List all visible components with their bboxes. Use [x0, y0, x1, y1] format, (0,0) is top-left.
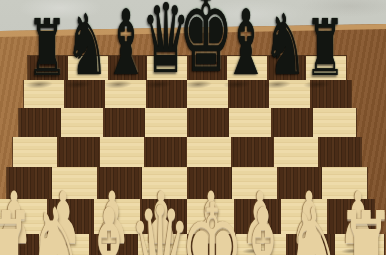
square-d3[interactable]	[140, 199, 187, 234]
square-c8[interactable]	[108, 56, 148, 81]
square-b7[interactable]	[64, 80, 105, 108]
square-g8[interactable]	[267, 56, 307, 81]
chess-board	[0, 0, 386, 255]
square-a5[interactable]	[13, 137, 57, 167]
square-h7[interactable]	[310, 80, 351, 108]
square-g5[interactable]	[274, 137, 318, 167]
square-e8[interactable]	[187, 56, 227, 81]
square-g4[interactable]	[277, 167, 322, 199]
square-a4[interactable]	[7, 167, 52, 199]
square-f4[interactable]	[232, 167, 277, 199]
square-d8[interactable]	[147, 56, 187, 81]
board-row-rank-6	[18, 108, 357, 137]
square-a8[interactable]	[28, 56, 68, 81]
square-b3[interactable]	[47, 199, 94, 234]
square-a2[interactable]	[0, 234, 39, 255]
square-h4[interactable]	[322, 167, 367, 199]
square-d4[interactable]	[142, 167, 187, 199]
square-e5[interactable]	[187, 137, 231, 167]
square-h8[interactable]	[306, 56, 346, 81]
square-c4[interactable]	[97, 167, 142, 199]
square-e4[interactable]	[187, 167, 232, 199]
square-e3[interactable]	[187, 199, 234, 234]
square-a6[interactable]	[19, 108, 61, 137]
board-row-rank-8	[27, 55, 347, 81]
square-g2[interactable]	[286, 234, 335, 255]
square-b6[interactable]	[61, 108, 103, 137]
square-b8[interactable]	[68, 56, 108, 81]
square-h3[interactable]	[327, 199, 374, 234]
square-f7[interactable]	[228, 80, 269, 108]
square-h6[interactable]	[313, 108, 355, 137]
square-c7[interactable]	[105, 80, 146, 108]
square-d6[interactable]	[145, 108, 187, 137]
square-f5[interactable]	[231, 137, 275, 167]
square-e2[interactable]	[187, 234, 236, 255]
square-b5[interactable]	[57, 137, 101, 167]
square-e6[interactable]	[187, 108, 229, 137]
square-c6[interactable]	[103, 108, 145, 137]
square-e7[interactable]	[187, 80, 228, 108]
square-h5[interactable]	[318, 137, 362, 167]
board-row-rank-7	[23, 80, 352, 108]
square-c5[interactable]	[100, 137, 144, 167]
square-f8[interactable]	[227, 56, 267, 81]
square-c3[interactable]	[94, 199, 141, 234]
square-d7[interactable]	[146, 80, 187, 108]
board-row-rank-4	[6, 167, 368, 199]
square-a7[interactable]	[24, 80, 65, 108]
square-a3[interactable]	[0, 199, 47, 234]
square-f6[interactable]	[229, 108, 271, 137]
square-g3[interactable]	[281, 199, 328, 234]
board-row-rank-5	[12, 137, 362, 167]
square-d5[interactable]	[144, 137, 188, 167]
square-b2[interactable]	[39, 234, 88, 255]
square-g7[interactable]	[269, 80, 310, 108]
board-row-rank-3	[0, 199, 375, 234]
square-f3[interactable]	[234, 199, 281, 234]
square-g6[interactable]	[271, 108, 313, 137]
square-c2[interactable]	[89, 234, 138, 255]
square-b4[interactable]	[52, 167, 97, 199]
square-f2[interactable]	[236, 234, 285, 255]
chess-photo-scene: ♜♞♝♛♚♝♞♜♟♟♟♟♟♟♟♟♜♞♝♛♚♝♞♜	[0, 0, 386, 255]
square-h2[interactable]	[335, 234, 384, 255]
square-d2[interactable]	[138, 234, 187, 255]
board-row-rank-2	[0, 234, 385, 255]
